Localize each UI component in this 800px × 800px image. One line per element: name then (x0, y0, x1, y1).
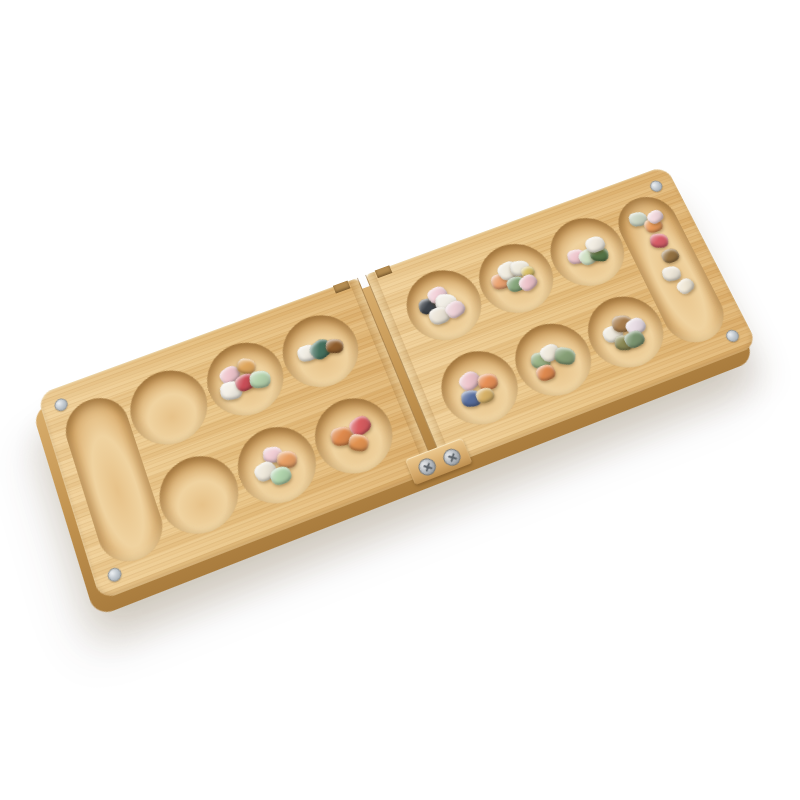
hinge-notch-right (375, 265, 393, 278)
hinge-screw-icon (441, 446, 464, 468)
magnet-bottom-right (724, 328, 741, 344)
magnet-bottom-left (106, 566, 123, 584)
hinge-notch-left (333, 281, 351, 294)
gemstone (248, 370, 270, 389)
gemstone (649, 233, 669, 248)
gemstone (659, 247, 681, 265)
product-photo (0, 0, 800, 800)
hinge-screw-icon (416, 456, 439, 478)
magnet-top-left (53, 397, 69, 413)
gemstone (347, 432, 370, 452)
gemstone (553, 346, 576, 366)
magnet-top-right (648, 179, 664, 194)
gemstone (277, 450, 298, 468)
gemstone (326, 339, 344, 354)
mancala-board (37, 165, 758, 601)
gemstone (660, 265, 682, 283)
board-perspective-wrapper (37, 165, 758, 601)
